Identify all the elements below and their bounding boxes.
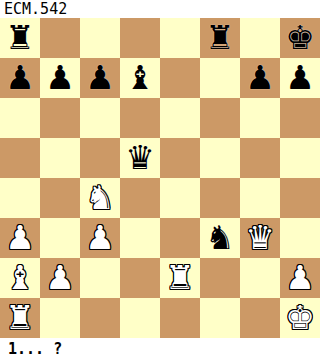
- black-king-h8[interactable]: ♚: [285, 18, 315, 58]
- white-bishop-a2[interactable]: ♝: [5, 258, 35, 298]
- square-e3[interactable]: [160, 218, 200, 258]
- square-f6[interactable]: [200, 98, 240, 138]
- square-f5[interactable]: [200, 138, 240, 178]
- square-g7[interactable]: ♟: [240, 58, 280, 98]
- square-b5[interactable]: [40, 138, 80, 178]
- black-pawn-c7[interactable]: ♟: [85, 58, 115, 98]
- square-e4[interactable]: [160, 178, 200, 218]
- white-pawn-h2[interactable]: ♟: [285, 258, 315, 298]
- square-g4[interactable]: [240, 178, 280, 218]
- square-d6[interactable]: [120, 98, 160, 138]
- square-f2[interactable]: [200, 258, 240, 298]
- square-a1[interactable]: ♜: [0, 298, 40, 338]
- square-h5[interactable]: [280, 138, 320, 178]
- square-d4[interactable]: [120, 178, 160, 218]
- square-c3[interactable]: ♟: [80, 218, 120, 258]
- square-g2[interactable]: [240, 258, 280, 298]
- white-pawn-a3[interactable]: ♟: [5, 218, 35, 258]
- chess-board: ♜♜♚♟♟♟♝♟♟♛♞♟♟♞♛♝♟♜♟♜♚: [0, 18, 320, 338]
- square-d8[interactable]: [120, 18, 160, 58]
- square-e7[interactable]: [160, 58, 200, 98]
- square-a7[interactable]: ♟: [0, 58, 40, 98]
- square-b7[interactable]: ♟: [40, 58, 80, 98]
- square-c8[interactable]: [80, 18, 120, 58]
- white-king-h1[interactable]: ♚: [285, 298, 315, 338]
- square-d5[interactable]: ♛: [120, 138, 160, 178]
- square-f3[interactable]: ♞: [200, 218, 240, 258]
- square-c1[interactable]: [80, 298, 120, 338]
- square-h1[interactable]: ♚: [280, 298, 320, 338]
- black-queen-d5[interactable]: ♛: [125, 138, 155, 178]
- square-f7[interactable]: [200, 58, 240, 98]
- black-rook-f8[interactable]: ♜: [205, 18, 235, 58]
- title-bar: ECM.542: [0, 0, 320, 18]
- square-f1[interactable]: [200, 298, 240, 338]
- square-b1[interactable]: [40, 298, 80, 338]
- square-c2[interactable]: [80, 258, 120, 298]
- square-h3[interactable]: [280, 218, 320, 258]
- square-d2[interactable]: [120, 258, 160, 298]
- square-h2[interactable]: ♟: [280, 258, 320, 298]
- square-a8[interactable]: ♜: [0, 18, 40, 58]
- black-pawn-a7[interactable]: ♟: [5, 58, 35, 98]
- black-pawn-h7[interactable]: ♟: [285, 58, 315, 98]
- black-pawn-b7[interactable]: ♟: [45, 58, 75, 98]
- square-e6[interactable]: [160, 98, 200, 138]
- square-b4[interactable]: [40, 178, 80, 218]
- square-f4[interactable]: [200, 178, 240, 218]
- square-b2[interactable]: ♟: [40, 258, 80, 298]
- square-g5[interactable]: [240, 138, 280, 178]
- square-a5[interactable]: [0, 138, 40, 178]
- square-h4[interactable]: [280, 178, 320, 218]
- square-e2[interactable]: ♜: [160, 258, 200, 298]
- square-a2[interactable]: ♝: [0, 258, 40, 298]
- square-h7[interactable]: ♟: [280, 58, 320, 98]
- white-rook-e2[interactable]: ♜: [165, 258, 195, 298]
- square-a4[interactable]: [0, 178, 40, 218]
- chess-app-window: ECM.542 ♜♜♚♟♟♟♝♟♟♛♞♟♟♞♛♝♟♜♟♜♚ 1... ?: [0, 0, 320, 360]
- black-bishop-d7[interactable]: ♝: [125, 58, 155, 98]
- move-prompt: 1... ?: [8, 340, 62, 358]
- square-g8[interactable]: [240, 18, 280, 58]
- square-c5[interactable]: [80, 138, 120, 178]
- square-h6[interactable]: [280, 98, 320, 138]
- white-pawn-c3[interactable]: ♟: [85, 218, 115, 258]
- status-bar: 1... ?: [0, 338, 320, 360]
- square-g6[interactable]: [240, 98, 280, 138]
- white-rook-a1[interactable]: ♜: [5, 298, 35, 338]
- square-d1[interactable]: [120, 298, 160, 338]
- square-e1[interactable]: [160, 298, 200, 338]
- square-a3[interactable]: ♟: [0, 218, 40, 258]
- white-queen-g3[interactable]: ♛: [245, 218, 275, 258]
- square-d7[interactable]: ♝: [120, 58, 160, 98]
- page-title: ECM.542: [4, 0, 67, 18]
- square-h8[interactable]: ♚: [280, 18, 320, 58]
- square-c7[interactable]: ♟: [80, 58, 120, 98]
- black-rook-a8[interactable]: ♜: [5, 18, 35, 58]
- square-b6[interactable]: [40, 98, 80, 138]
- square-g3[interactable]: ♛: [240, 218, 280, 258]
- square-g1[interactable]: [240, 298, 280, 338]
- black-pawn-g7[interactable]: ♟: [245, 58, 275, 98]
- black-knight-f3[interactable]: ♞: [205, 218, 235, 258]
- square-b3[interactable]: [40, 218, 80, 258]
- square-e5[interactable]: [160, 138, 200, 178]
- square-d3[interactable]: [120, 218, 160, 258]
- square-f8[interactable]: ♜: [200, 18, 240, 58]
- square-b8[interactable]: [40, 18, 80, 58]
- square-c4[interactable]: ♞: [80, 178, 120, 218]
- square-c6[interactable]: [80, 98, 120, 138]
- white-pawn-b2[interactable]: ♟: [45, 258, 75, 298]
- white-knight-c4[interactable]: ♞: [85, 178, 115, 218]
- square-a6[interactable]: [0, 98, 40, 138]
- square-e8[interactable]: [160, 18, 200, 58]
